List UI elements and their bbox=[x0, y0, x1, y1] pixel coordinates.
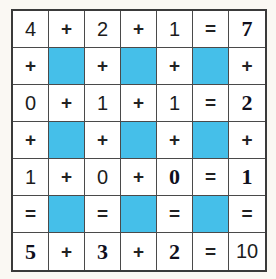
cell-r3c3[interactable]: 1 bbox=[85, 85, 121, 122]
cell-r2c5[interactable]: + bbox=[157, 48, 193, 85]
cell-r4c7[interactable]: + bbox=[229, 122, 265, 159]
cell-r1c4[interactable]: + bbox=[121, 11, 157, 48]
cell-r3c2[interactable]: + bbox=[49, 85, 85, 122]
blocked-cell-r4c2 bbox=[49, 122, 85, 159]
cell-r4c1[interactable]: + bbox=[13, 122, 49, 159]
cell-r4c3[interactable]: + bbox=[85, 122, 121, 159]
cell-r1c3[interactable]: 2 bbox=[85, 11, 121, 48]
cell-r3c1[interactable]: 0 bbox=[13, 85, 49, 122]
cell-r3c4[interactable]: + bbox=[121, 85, 157, 122]
blocked-cell-r2c4 bbox=[121, 48, 157, 85]
cell-r3c7[interactable]: 2 bbox=[229, 85, 265, 122]
cell-r7c2[interactable]: + bbox=[49, 233, 85, 270]
cell-r3c5[interactable]: 1 bbox=[157, 85, 193, 122]
cell-r6c3[interactable]: = bbox=[85, 196, 121, 233]
blocked-cell-r4c4 bbox=[121, 122, 157, 159]
cell-r5c6[interactable]: = bbox=[193, 159, 229, 196]
cell-r7c5[interactable]: 2 bbox=[157, 233, 193, 270]
blocked-cell-r6c6 bbox=[193, 196, 229, 233]
cell-r5c2[interactable]: + bbox=[49, 159, 85, 196]
cell-r3c6[interactable]: = bbox=[193, 85, 229, 122]
cell-r5c4[interactable]: + bbox=[121, 159, 157, 196]
cell-r2c3[interactable]: + bbox=[85, 48, 121, 85]
cell-r1c6[interactable]: = bbox=[193, 11, 229, 48]
blocked-cell-r2c2 bbox=[49, 48, 85, 85]
cell-r1c1[interactable]: 4 bbox=[13, 11, 49, 48]
blocked-cell-r2c6 bbox=[193, 48, 229, 85]
puzzle-board: 4+2+1=7++++0+1+1=2++++1+0+0=1====5+3+2=1… bbox=[11, 9, 267, 272]
cell-r6c1[interactable]: = bbox=[13, 196, 49, 233]
cell-r6c5[interactable]: = bbox=[157, 196, 193, 233]
cell-r7c7[interactable]: 10 bbox=[229, 233, 265, 270]
blocked-cell-r4c6 bbox=[193, 122, 229, 159]
cell-r5c3[interactable]: 0 bbox=[85, 159, 121, 196]
cell-r2c1[interactable]: + bbox=[13, 48, 49, 85]
cell-r1c2[interactable]: + bbox=[49, 11, 85, 48]
blocked-cell-r6c2 bbox=[49, 196, 85, 233]
cell-r7c1[interactable]: 5 bbox=[13, 233, 49, 270]
cell-r7c4[interactable]: + bbox=[121, 233, 157, 270]
cell-r6c7[interactable]: = bbox=[229, 196, 265, 233]
cell-r1c5[interactable]: 1 bbox=[157, 11, 193, 48]
cell-r5c1[interactable]: 1 bbox=[13, 159, 49, 196]
cell-r7c6[interactable]: = bbox=[193, 233, 229, 270]
cell-r5c7[interactable]: 1 bbox=[229, 159, 265, 196]
cell-r5c5[interactable]: 0 bbox=[157, 159, 193, 196]
cell-r1c7[interactable]: 7 bbox=[229, 11, 265, 48]
blocked-cell-r6c4 bbox=[121, 196, 157, 233]
cell-r7c3[interactable]: 3 bbox=[85, 233, 121, 270]
cell-r2c7[interactable]: + bbox=[229, 48, 265, 85]
cell-r4c5[interactable]: + bbox=[157, 122, 193, 159]
